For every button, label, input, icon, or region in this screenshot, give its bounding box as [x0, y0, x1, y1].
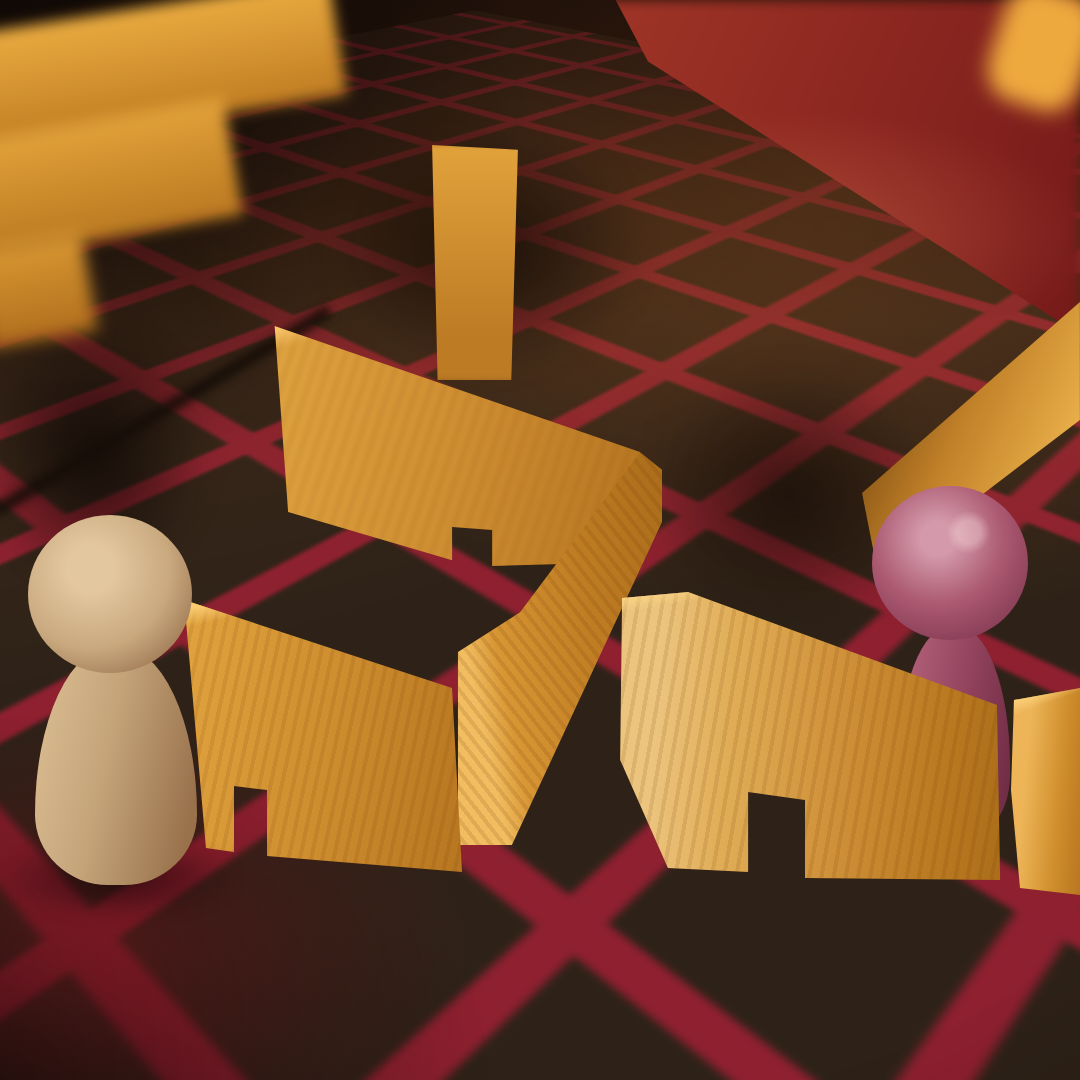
red-pawn — [872, 486, 1028, 640]
light-pawn — [28, 515, 192, 673]
quoridor-photo-scene — [0, 0, 1080, 1080]
screenshot-canvas — [0, 0, 1080, 1080]
wall-background-3 — [0, 231, 98, 349]
